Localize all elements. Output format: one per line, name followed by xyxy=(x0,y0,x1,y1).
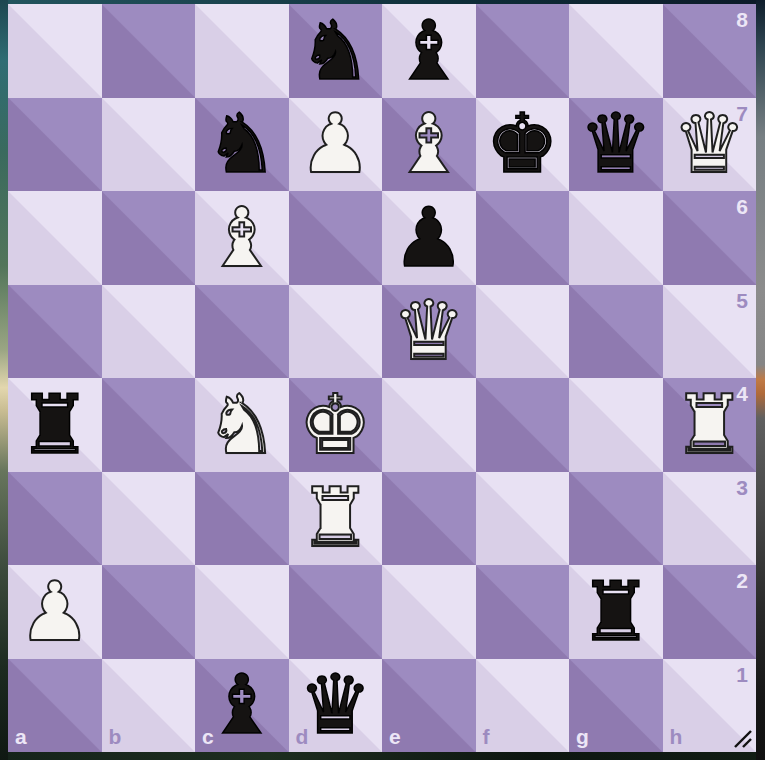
square-c6[interactable]: ♝ xyxy=(195,191,289,285)
square-h1[interactable]: 1h xyxy=(663,659,757,753)
file-label-a: a xyxy=(15,726,27,747)
white-knight[interactable]: ♞ xyxy=(195,378,289,472)
desktop-background-left xyxy=(0,0,8,760)
desktop-background: ♞♝8♞♟♝♚♛♛7♝♟6♛5♜♞♚♜4♜3♟♜2ab♝c♛defg1h xyxy=(0,0,765,760)
square-h5[interactable]: 5 xyxy=(663,285,757,379)
rank-label-1: 1 xyxy=(736,664,748,685)
white-bishop[interactable]: ♝ xyxy=(195,191,289,285)
square-b4[interactable] xyxy=(102,378,196,472)
square-h8[interactable]: 8 xyxy=(663,4,757,98)
white-pawn[interactable]: ♟ xyxy=(8,565,102,659)
chess-board: ♞♝8♞♟♝♚♛♛7♝♟6♛5♜♞♚♜4♜3♟♜2ab♝c♛defg1h xyxy=(8,4,756,752)
square-h4[interactable]: ♜4 xyxy=(663,378,757,472)
desktop-background-right xyxy=(756,0,765,760)
square-e2[interactable] xyxy=(382,565,476,659)
square-b7[interactable] xyxy=(102,98,196,192)
white-queen[interactable]: ♛ xyxy=(382,285,476,379)
square-f3[interactable] xyxy=(476,472,570,566)
square-a6[interactable] xyxy=(8,191,102,285)
square-b1[interactable]: b xyxy=(102,659,196,753)
rank-label-8: 8 xyxy=(736,9,748,30)
square-e3[interactable] xyxy=(382,472,476,566)
square-d3[interactable]: ♜ xyxy=(289,472,383,566)
black-queen[interactable]: ♛ xyxy=(289,659,383,753)
black-bishop[interactable]: ♝ xyxy=(195,659,289,753)
square-b5[interactable] xyxy=(102,285,196,379)
square-f8[interactable] xyxy=(476,4,570,98)
square-a7[interactable] xyxy=(8,98,102,192)
square-c4[interactable]: ♞ xyxy=(195,378,289,472)
square-g4[interactable] xyxy=(569,378,663,472)
square-f6[interactable] xyxy=(476,191,570,285)
square-a2[interactable]: ♟ xyxy=(8,565,102,659)
square-d5[interactable] xyxy=(289,285,383,379)
square-e5[interactable]: ♛ xyxy=(382,285,476,379)
square-g3[interactable] xyxy=(569,472,663,566)
file-label-f: f xyxy=(483,726,490,747)
square-h6[interactable]: 6 xyxy=(663,191,757,285)
file-label-b: b xyxy=(109,726,122,747)
square-f4[interactable] xyxy=(476,378,570,472)
white-king[interactable]: ♚ xyxy=(289,378,383,472)
board-resize-handle-icon[interactable] xyxy=(733,729,753,749)
white-bishop[interactable]: ♝ xyxy=(382,98,476,192)
square-b3[interactable] xyxy=(102,472,196,566)
square-c8[interactable] xyxy=(195,4,289,98)
rank-label-3: 3 xyxy=(736,477,748,498)
rank-label-2: 2 xyxy=(736,570,748,591)
white-rook[interactable]: ♜ xyxy=(289,472,383,566)
square-g2[interactable]: ♜ xyxy=(569,565,663,659)
file-label-h: h xyxy=(670,726,683,747)
square-c5[interactable] xyxy=(195,285,289,379)
square-b8[interactable] xyxy=(102,4,196,98)
square-e8[interactable]: ♝ xyxy=(382,4,476,98)
square-h3[interactable]: 3 xyxy=(663,472,757,566)
square-c3[interactable] xyxy=(195,472,289,566)
square-a5[interactable] xyxy=(8,285,102,379)
square-h2[interactable]: 2 xyxy=(663,565,757,659)
black-bishop[interactable]: ♝ xyxy=(382,4,476,98)
black-knight[interactable]: ♞ xyxy=(289,4,383,98)
white-pawn[interactable]: ♟ xyxy=(289,98,383,192)
square-c2[interactable] xyxy=(195,565,289,659)
square-e6[interactable]: ♟ xyxy=(382,191,476,285)
black-rook[interactable]: ♜ xyxy=(569,565,663,659)
square-g6[interactable] xyxy=(569,191,663,285)
black-pawn[interactable]: ♟ xyxy=(382,191,476,285)
rank-label-5: 5 xyxy=(736,290,748,311)
square-f7[interactable]: ♚ xyxy=(476,98,570,192)
square-d6[interactable] xyxy=(289,191,383,285)
square-c7[interactable]: ♞ xyxy=(195,98,289,192)
square-f2[interactable] xyxy=(476,565,570,659)
file-label-e: e xyxy=(389,726,401,747)
black-king[interactable]: ♚ xyxy=(476,98,570,192)
square-b6[interactable] xyxy=(102,191,196,285)
black-queen[interactable]: ♛ xyxy=(569,98,663,192)
rank-label-6: 6 xyxy=(736,196,748,217)
square-f5[interactable] xyxy=(476,285,570,379)
square-a1[interactable]: a xyxy=(8,659,102,753)
square-d7[interactable]: ♟ xyxy=(289,98,383,192)
black-rook[interactable]: ♜ xyxy=(8,378,102,472)
square-g7[interactable]: ♛ xyxy=(569,98,663,192)
square-c1[interactable]: ♝c xyxy=(195,659,289,753)
square-d1[interactable]: ♛d xyxy=(289,659,383,753)
square-d2[interactable] xyxy=(289,565,383,659)
desktop-background-bottom xyxy=(0,752,765,760)
file-label-g: g xyxy=(576,726,589,747)
square-h7[interactable]: ♛7 xyxy=(663,98,757,192)
square-a8[interactable] xyxy=(8,4,102,98)
black-knight[interactable]: ♞ xyxy=(195,98,289,192)
square-g8[interactable] xyxy=(569,4,663,98)
square-e7[interactable]: ♝ xyxy=(382,98,476,192)
square-d8[interactable]: ♞ xyxy=(289,4,383,98)
square-g1[interactable]: g xyxy=(569,659,663,753)
square-f1[interactable]: f xyxy=(476,659,570,753)
white-rook[interactable]: ♜ xyxy=(663,378,757,472)
square-a3[interactable] xyxy=(8,472,102,566)
square-a4[interactable]: ♜ xyxy=(8,378,102,472)
square-d4[interactable]: ♚ xyxy=(289,378,383,472)
square-g5[interactable] xyxy=(569,285,663,379)
square-e1[interactable]: e xyxy=(382,659,476,753)
square-e4[interactable] xyxy=(382,378,476,472)
square-b2[interactable] xyxy=(102,565,196,659)
white-queen[interactable]: ♛ xyxy=(663,98,757,192)
